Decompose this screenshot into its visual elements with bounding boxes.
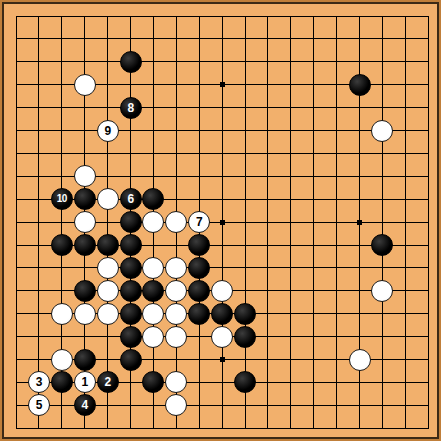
move-number-label: 4 — [82, 399, 88, 411]
black-stone — [234, 303, 256, 325]
white-stone-move-1: 1 — [74, 371, 96, 393]
star-point — [220, 357, 225, 362]
black-stone — [120, 211, 142, 233]
black-stone — [74, 188, 96, 210]
white-stone — [371, 120, 393, 142]
white-stone — [165, 303, 187, 325]
black-stone-move-10: 10 — [51, 188, 73, 210]
black-stone — [120, 257, 142, 279]
star-point — [357, 220, 362, 225]
go-board[interactable]: 89106731254 — [0, 0, 441, 441]
black-stone — [120, 51, 142, 73]
white-stone — [97, 280, 119, 302]
grid-line-vertical — [405, 16, 406, 429]
white-stone — [97, 257, 119, 279]
move-number-label: 3 — [36, 376, 42, 388]
black-stone — [120, 326, 142, 348]
black-stone — [120, 303, 142, 325]
white-stone — [74, 74, 96, 96]
black-stone — [188, 280, 210, 302]
move-number-label: 10 — [57, 194, 67, 204]
white-stone — [211, 326, 233, 348]
star-point — [220, 220, 225, 225]
white-stone — [165, 280, 187, 302]
white-stone-move-9: 9 — [97, 120, 119, 142]
white-stone — [97, 303, 119, 325]
black-stone-move-2: 2 — [97, 371, 119, 393]
black-stone — [120, 280, 142, 302]
black-stone — [211, 303, 233, 325]
grid-line-vertical — [267, 16, 268, 429]
black-stone — [97, 234, 119, 256]
white-stone — [142, 326, 164, 348]
move-number-label: 2 — [105, 376, 111, 388]
white-stone — [74, 303, 96, 325]
move-number-label: 9 — [105, 125, 111, 137]
grid-line-vertical — [336, 16, 337, 429]
black-stone — [120, 234, 142, 256]
white-stone — [97, 188, 119, 210]
black-stone — [120, 349, 142, 371]
white-stone — [51, 349, 73, 371]
grid-line-horizontal — [16, 428, 429, 429]
black-stone — [349, 74, 371, 96]
black-stone — [188, 303, 210, 325]
move-number-label: 7 — [196, 216, 202, 228]
white-stone — [142, 303, 164, 325]
black-stone — [234, 326, 256, 348]
grid-line-vertical — [428, 16, 429, 429]
white-stone — [211, 280, 233, 302]
white-stone — [165, 326, 187, 348]
grid-line-horizontal — [16, 267, 429, 268]
black-stone — [188, 257, 210, 279]
move-number-label: 6 — [127, 193, 133, 205]
white-stone — [74, 165, 96, 187]
black-stone — [74, 280, 96, 302]
go-board-diagram: 89106731254 — [0, 0, 441, 441]
white-stone — [349, 349, 371, 371]
white-stone — [51, 303, 73, 325]
white-stone — [74, 211, 96, 233]
grid-line-vertical — [245, 16, 246, 429]
star-point — [220, 82, 225, 87]
black-stone-move-8: 8 — [120, 97, 142, 119]
black-stone — [74, 234, 96, 256]
black-stone-move-6: 6 — [120, 188, 142, 210]
black-stone — [74, 349, 96, 371]
black-stone-move-4: 4 — [74, 394, 96, 416]
move-number-label: 8 — [127, 102, 133, 114]
grid-line-vertical — [313, 16, 314, 429]
grid-line-vertical — [290, 16, 291, 429]
move-number-label: 5 — [36, 399, 42, 411]
grid-line-vertical — [382, 16, 383, 429]
move-number-label: 1 — [82, 376, 88, 388]
black-stone — [51, 234, 73, 256]
